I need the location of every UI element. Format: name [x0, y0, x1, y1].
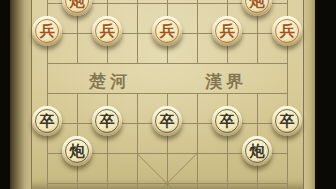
game-screen: 楚河 漢界 炮炮兵兵兵兵兵卒卒卒卒卒炮炮: [0, 0, 336, 189]
piece-black-soldier[interactable]: 卒: [212, 106, 242, 136]
river-label-han-jie: 漢界: [205, 73, 247, 90]
piece-black-cannon[interactable]: 炮: [242, 136, 272, 166]
piece-black-cannon[interactable]: 炮: [62, 136, 92, 166]
piece-red-soldier[interactable]: 兵: [212, 16, 242, 46]
piece-red-soldier[interactable]: 兵: [152, 16, 182, 46]
piece-black-soldier[interactable]: 卒: [272, 106, 302, 136]
piece-black-soldier[interactable]: 卒: [152, 106, 182, 136]
piece-black-soldier[interactable]: 卒: [32, 106, 62, 136]
piece-red-soldier[interactable]: 兵: [32, 16, 62, 46]
piece-black-soldier[interactable]: 卒: [92, 106, 122, 136]
piece-red-soldier[interactable]: 兵: [92, 16, 122, 46]
river-label-chu-he: 楚河: [89, 73, 131, 90]
piece-red-soldier[interactable]: 兵: [272, 16, 302, 46]
